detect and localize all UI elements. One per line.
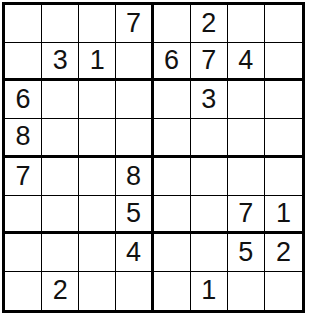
cell-r8c8[interactable] [265,272,302,310]
cell-r1c6[interactable]: 2 [191,5,228,43]
cell-r8c1[interactable] [5,272,42,310]
cell-r1c5[interactable] [154,5,191,43]
cell-r4c5[interactable] [154,119,191,157]
cell-r7c6[interactable] [191,234,228,272]
cell-r7c5[interactable] [154,234,191,272]
cell-r5c2[interactable] [42,158,79,196]
cell-r5c6[interactable] [191,158,228,196]
cell-r4c3[interactable] [79,119,116,157]
cell-r2c4[interactable] [116,43,153,81]
cell-r7c8[interactable]: 2 [265,234,302,272]
cell-r8c3[interactable] [79,272,116,310]
cell-r7c7[interactable]: 5 [228,234,265,272]
cell-r8c5[interactable] [154,272,191,310]
cell-r7c2[interactable] [42,234,79,272]
cell-r4c1[interactable]: 8 [5,119,42,157]
cell-r3c5[interactable] [154,81,191,119]
cell-r1c8[interactable] [265,5,302,43]
cell-r2c2[interactable]: 3 [42,43,79,81]
cell-r1c4[interactable]: 7 [116,5,153,43]
cell-r5c5[interactable] [154,158,191,196]
cell-r3c3[interactable] [79,81,116,119]
cell-r1c2[interactable] [42,5,79,43]
cell-r4c6[interactable] [191,119,228,157]
page: 72316746387857145221 [0,0,312,320]
cell-r3c2[interactable] [42,81,79,119]
cell-r3c6[interactable]: 3 [191,81,228,119]
sudoku-board: 72316746387857145221 [2,2,305,313]
cell-r8c7[interactable] [228,272,265,310]
cell-r3c8[interactable] [265,81,302,119]
cell-r7c1[interactable] [5,234,42,272]
cell-r5c7[interactable] [228,158,265,196]
cell-r6c5[interactable] [154,196,191,234]
cell-r6c6[interactable] [191,196,228,234]
cell-r6c8[interactable]: 1 [265,196,302,234]
cell-r5c8[interactable] [265,158,302,196]
cell-r6c7[interactable]: 7 [228,196,265,234]
cell-r7c3[interactable] [79,234,116,272]
cell-r5c1[interactable]: 7 [5,158,42,196]
cell-r2c1[interactable] [5,43,42,81]
cell-r6c1[interactable] [5,196,42,234]
cell-r8c6[interactable]: 1 [191,272,228,310]
cell-r6c4[interactable]: 5 [116,196,153,234]
cell-r4c8[interactable] [265,119,302,157]
cell-r3c7[interactable] [228,81,265,119]
cell-r8c2[interactable]: 2 [42,272,79,310]
cell-r1c1[interactable] [5,5,42,43]
cell-r4c7[interactable] [228,119,265,157]
cell-r8c4[interactable] [116,272,153,310]
cell-r7c4[interactable]: 4 [116,234,153,272]
cell-r4c4[interactable] [116,119,153,157]
cell-r4c2[interactable] [42,119,79,157]
cell-r2c8[interactable] [265,43,302,81]
cell-r2c7[interactable]: 4 [228,43,265,81]
cell-r6c2[interactable] [42,196,79,234]
cell-r6c3[interactable] [79,196,116,234]
cell-r2c5[interactable]: 6 [154,43,191,81]
cell-r5c4[interactable]: 8 [116,158,153,196]
cell-r2c3[interactable]: 1 [79,43,116,81]
cell-r1c7[interactable] [228,5,265,43]
cell-r2c6[interactable]: 7 [191,43,228,81]
cell-r3c4[interactable] [116,81,153,119]
cell-r3c1[interactable]: 6 [5,81,42,119]
cell-r5c3[interactable] [79,158,116,196]
cell-r1c3[interactable] [79,5,116,43]
